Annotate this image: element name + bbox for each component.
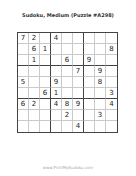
sudoku-cell <box>51 44 62 55</box>
sudoku-cell <box>40 66 51 77</box>
sudoku-cell <box>95 99 106 110</box>
sudoku-cell <box>106 110 117 121</box>
sudoku-cell: 2 <box>62 110 73 121</box>
sudoku-cell <box>62 77 73 88</box>
sudoku-page: Sudoku, Medium (Puzzle #A298) 7246181697… <box>0 0 136 176</box>
sudoku-cell: 1 <box>40 44 51 55</box>
sudoku-cell: 4 <box>73 121 84 132</box>
sudoku-cell <box>62 33 73 44</box>
sudoku-cell <box>62 88 73 99</box>
sudoku-cell <box>84 110 95 121</box>
sudoku-cell <box>40 77 51 88</box>
sudoku-cell: 8 <box>106 44 117 55</box>
sudoku-cell <box>84 44 95 55</box>
sudoku-cell <box>95 44 106 55</box>
sudoku-cell <box>29 110 40 121</box>
sudoku-cell <box>95 33 106 44</box>
sudoku-cell: 6 <box>29 44 40 55</box>
sudoku-cell <box>40 33 51 44</box>
sudoku-board: 72461816979598613624894234 <box>17 32 118 133</box>
sudoku-cell: 9 <box>84 55 95 66</box>
sudoku-cell: 9 <box>51 77 62 88</box>
sudoku-cell <box>29 66 40 77</box>
sudoku-cell: 3 <box>106 88 117 99</box>
sudoku-cell <box>84 88 95 99</box>
sudoku-cell <box>73 33 84 44</box>
sudoku-cell: 8 <box>95 77 106 88</box>
sudoku-cell <box>84 77 95 88</box>
sudoku-cell <box>106 33 117 44</box>
sudoku-cell <box>18 66 29 77</box>
sudoku-cell: 6 <box>62 55 73 66</box>
sudoku-cell <box>18 88 29 99</box>
sudoku-cell: 7 <box>73 66 84 77</box>
sudoku-cell <box>29 88 40 99</box>
sudoku-cell: 3 <box>95 110 106 121</box>
sudoku-cell <box>29 121 40 132</box>
sudoku-cell: 7 <box>18 33 29 44</box>
sudoku-cell <box>106 55 117 66</box>
sudoku-cell <box>40 99 51 110</box>
sudoku-cell <box>95 55 106 66</box>
sudoku-cell <box>84 121 95 132</box>
sudoku-cell: 5 <box>18 77 29 88</box>
sudoku-cell <box>106 66 117 77</box>
sudoku-cell: 9 <box>73 99 84 110</box>
sudoku-cell <box>106 77 117 88</box>
sudoku-cell <box>73 55 84 66</box>
sudoku-cell: 9 <box>95 66 106 77</box>
footer-url: www.PrintMySudoku.com <box>0 165 136 170</box>
sudoku-cell <box>51 110 62 121</box>
sudoku-cell: 4 <box>51 33 62 44</box>
sudoku-cell: 2 <box>29 33 40 44</box>
sudoku-cell <box>40 121 51 132</box>
sudoku-cell <box>73 77 84 88</box>
sudoku-cell <box>29 77 40 88</box>
sudoku-cell: 1 <box>51 88 62 99</box>
sudoku-cell <box>18 44 29 55</box>
sudoku-cell <box>62 121 73 132</box>
sudoku-cell <box>84 33 95 44</box>
sudoku-cell <box>18 110 29 121</box>
sudoku-cell <box>84 99 95 110</box>
sudoku-cell <box>51 55 62 66</box>
sudoku-cell <box>40 110 51 121</box>
sudoku-cell <box>106 121 117 132</box>
sudoku-cell: 1 <box>29 55 40 66</box>
sudoku-cell <box>18 55 29 66</box>
page-title: Sudoku, Medium (Puzzle #A298) <box>0 12 136 18</box>
sudoku-cell <box>18 121 29 132</box>
sudoku-cell: 4 <box>106 99 117 110</box>
sudoku-cell: 6 <box>40 88 51 99</box>
sudoku-cell <box>73 44 84 55</box>
sudoku-cell <box>40 55 51 66</box>
sudoku-cell <box>95 121 106 132</box>
sudoku-cell <box>62 66 73 77</box>
sudoku-cell <box>84 66 95 77</box>
sudoku-cell <box>51 66 62 77</box>
sudoku-cell <box>73 110 84 121</box>
sudoku-cell <box>73 88 84 99</box>
sudoku-cell: 6 <box>18 99 29 110</box>
sudoku-cell <box>95 88 106 99</box>
sudoku-cell: 2 <box>29 99 40 110</box>
sudoku-cell: 8 <box>62 99 73 110</box>
sudoku-cell: 4 <box>51 99 62 110</box>
sudoku-cell <box>51 121 62 132</box>
sudoku-cell <box>62 44 73 55</box>
